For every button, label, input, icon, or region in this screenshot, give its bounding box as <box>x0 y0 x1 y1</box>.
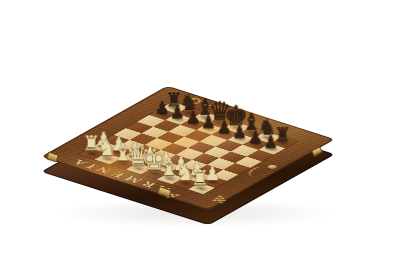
black-pawn: ♟ <box>247 133 295 149</box>
product-photo: ♜♞♝♛♚♝♞♜♟♟♟♟♟♟♟♟♟♟♟♟♟♟♟♟♜♞♝♛♚♝♞♜ ARMENIA <box>0 0 400 267</box>
chess-board: ♜♞♝♛♚♝♞♜♟♟♟♟♟♟♟♟♟♟♟♟♟♟♟♟♜♞♝♛♚♝♞♜ ARMENIA <box>41 86 335 210</box>
square-h7: ♟ <box>258 143 285 155</box>
grape-cluster-carving-icon <box>217 195 223 197</box>
square-h6 <box>246 150 273 162</box>
pomegranate-carving-icon <box>266 164 279 169</box>
white-rook: ♜ <box>177 169 225 189</box>
square-h1: ♜ <box>188 183 215 195</box>
